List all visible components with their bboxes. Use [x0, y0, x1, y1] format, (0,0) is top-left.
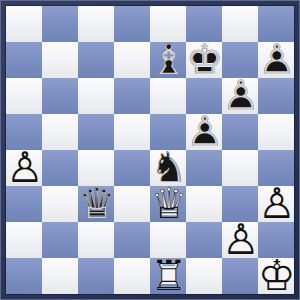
square-b5[interactable] [42, 114, 78, 150]
black-bishop-outline: ♗ [150, 42, 186, 78]
square-g1[interactable] [222, 258, 258, 294]
square-b6[interactable] [42, 78, 78, 114]
square-b3[interactable] [42, 186, 78, 222]
black-pawn-outline: ♙ [258, 42, 294, 78]
white-pawn-outline: ♙ [222, 222, 258, 258]
square-d5[interactable] [114, 114, 150, 150]
square-e8[interactable] [150, 6, 186, 42]
square-a1[interactable] [6, 258, 42, 294]
square-f7[interactable]: ♚♔ [186, 42, 222, 78]
square-a2[interactable] [6, 222, 42, 258]
black-queen: ♛ [78, 186, 114, 222]
square-g7[interactable] [222, 42, 258, 78]
square-f2[interactable] [186, 222, 222, 258]
white-queen-outline: ♕ [150, 186, 186, 222]
white-pawn: ♟ [258, 186, 294, 222]
square-a6[interactable] [6, 78, 42, 114]
square-h5[interactable] [258, 114, 294, 150]
square-b2[interactable] [42, 222, 78, 258]
square-h3[interactable]: ♟♙ [258, 186, 294, 222]
black-pawn-outline: ♙ [222, 78, 258, 114]
square-e5[interactable] [150, 114, 186, 150]
square-f8[interactable] [186, 6, 222, 42]
square-g6[interactable]: ♟♙ [222, 78, 258, 114]
square-a7[interactable] [6, 42, 42, 78]
square-c3[interactable]: ♛♕ [78, 186, 114, 222]
square-h1[interactable]: ♚♔ [258, 258, 294, 294]
white-king: ♚ [258, 258, 294, 294]
square-e4[interactable]: ♞♘ [150, 150, 186, 186]
white-pawn-outline: ♙ [6, 150, 42, 186]
square-g5[interactable] [222, 114, 258, 150]
square-g4[interactable] [222, 150, 258, 186]
square-h8[interactable] [258, 6, 294, 42]
square-g2[interactable]: ♟♙ [222, 222, 258, 258]
square-f4[interactable] [186, 150, 222, 186]
white-king-outline: ♔ [258, 258, 294, 294]
black-pawn: ♟ [222, 78, 258, 114]
square-d8[interactable] [114, 6, 150, 42]
square-e7[interactable]: ♝♗ [150, 42, 186, 78]
square-c1[interactable] [78, 258, 114, 294]
square-b4[interactable] [42, 150, 78, 186]
chess-board: ♝♗♚♔♟♙♟♙♟♙♟♙♞♘♛♕♛♕♟♙♟♙♜♖♚♔ [6, 6, 294, 294]
square-d1[interactable] [114, 258, 150, 294]
white-rook-outline: ♖ [150, 258, 186, 294]
square-h6[interactable] [258, 78, 294, 114]
square-b1[interactable] [42, 258, 78, 294]
white-pawn: ♟ [222, 222, 258, 258]
square-c8[interactable] [78, 6, 114, 42]
square-c4[interactable] [78, 150, 114, 186]
black-pawn: ♟ [186, 114, 222, 150]
square-e1[interactable]: ♜♖ [150, 258, 186, 294]
square-d7[interactable] [114, 42, 150, 78]
square-d2[interactable] [114, 222, 150, 258]
square-f3[interactable] [186, 186, 222, 222]
square-e6[interactable] [150, 78, 186, 114]
black-knight-outline: ♘ [150, 150, 186, 186]
black-bishop: ♝ [150, 42, 186, 78]
square-h4[interactable] [258, 150, 294, 186]
square-a8[interactable] [6, 6, 42, 42]
board-frame: ♝♗♚♔♟♙♟♙♟♙♟♙♞♘♛♕♛♕♟♙♟♙♜♖♚♔ [0, 0, 300, 300]
square-a4[interactable]: ♟♙ [6, 150, 42, 186]
square-h7[interactable]: ♟♙ [258, 42, 294, 78]
square-a3[interactable] [6, 186, 42, 222]
black-king-outline: ♔ [186, 42, 222, 78]
square-f1[interactable] [186, 258, 222, 294]
square-h2[interactable] [258, 222, 294, 258]
square-f5[interactable]: ♟♙ [186, 114, 222, 150]
square-b8[interactable] [42, 6, 78, 42]
square-c5[interactable] [78, 114, 114, 150]
square-d6[interactable] [114, 78, 150, 114]
white-pawn: ♟ [6, 150, 42, 186]
black-pawn-outline: ♙ [186, 114, 222, 150]
square-d4[interactable] [114, 150, 150, 186]
black-king: ♚ [186, 42, 222, 78]
square-g8[interactable] [222, 6, 258, 42]
white-queen: ♛ [150, 186, 186, 222]
square-f6[interactable] [186, 78, 222, 114]
square-c7[interactable] [78, 42, 114, 78]
black-pawn: ♟ [258, 42, 294, 78]
white-rook: ♜ [150, 258, 186, 294]
square-a5[interactable] [6, 114, 42, 150]
black-knight: ♞ [150, 150, 186, 186]
black-queen-outline: ♕ [78, 186, 114, 222]
square-e2[interactable] [150, 222, 186, 258]
square-d3[interactable] [114, 186, 150, 222]
square-c6[interactable] [78, 78, 114, 114]
white-pawn-outline: ♙ [258, 186, 294, 222]
square-c2[interactable] [78, 222, 114, 258]
square-g3[interactable] [222, 186, 258, 222]
square-b7[interactable] [42, 42, 78, 78]
square-e3[interactable]: ♛♕ [150, 186, 186, 222]
